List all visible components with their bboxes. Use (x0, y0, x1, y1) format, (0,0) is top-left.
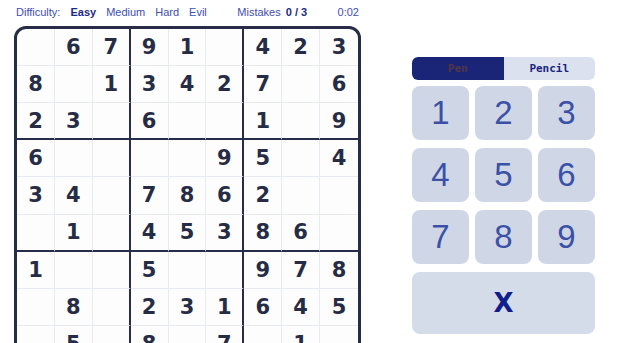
cell-r3c3[interactable] (93, 103, 131, 140)
pen-toggle-button[interactable]: Pen (412, 57, 504, 80)
tool-toggle: Pen Pencil (412, 57, 595, 80)
cell-r9c7[interactable] (244, 326, 282, 343)
cell-r5c9[interactable] (320, 177, 358, 214)
numpad-button-9[interactable]: 9 (538, 210, 595, 264)
cell-r2c8[interactable] (282, 66, 320, 103)
cell-r6c5[interactable]: 5 (169, 215, 207, 252)
numpad-button-5[interactable]: 5 (475, 148, 532, 202)
mistakes-counter: Mistakes 0 / 3 (237, 6, 307, 18)
cell-r4c3[interactable] (93, 140, 131, 177)
cell-r1c8[interactable]: 2 (282, 29, 320, 66)
cell-r1c6[interactable] (206, 29, 244, 66)
cell-r7c1[interactable]: 1 (17, 252, 55, 289)
cell-r5c2[interactable]: 4 (55, 177, 93, 214)
cell-r8c1[interactable] (17, 289, 55, 326)
cell-r5c8[interactable] (282, 177, 320, 214)
difficulty-hard[interactable]: Hard (155, 6, 179, 18)
cell-r6c3[interactable] (93, 215, 131, 252)
cell-r6c6[interactable]: 3 (206, 215, 244, 252)
cell-r7c4[interactable]: 5 (131, 252, 169, 289)
cell-r3c8[interactable] (282, 103, 320, 140)
cell-r7c8[interactable]: 7 (282, 252, 320, 289)
cell-r6c4[interactable]: 4 (131, 215, 169, 252)
cell-r9c4[interactable]: 8 (131, 326, 169, 343)
cell-r5c7[interactable]: 2 (244, 177, 282, 214)
cell-r1c1[interactable] (17, 29, 55, 66)
cell-r1c4[interactable]: 9 (131, 29, 169, 66)
cell-r2c1[interactable]: 8 (17, 66, 55, 103)
cell-r7c3[interactable] (93, 252, 131, 289)
cell-r8c7[interactable]: 6 (244, 289, 282, 326)
cell-r6c7[interactable]: 8 (244, 215, 282, 252)
sudoku-board: 6791423813427623619695434786214538615978… (14, 26, 361, 343)
cell-r8c3[interactable] (93, 289, 131, 326)
numpad-button-2[interactable]: 2 (475, 86, 532, 140)
difficulty-easy[interactable]: Easy (70, 6, 96, 18)
cell-r9c1[interactable] (17, 326, 55, 343)
timer: 0:02 (338, 6, 359, 18)
cell-r2c7[interactable]: 7 (244, 66, 282, 103)
difficulty-label: Difficulty: (16, 6, 60, 18)
cell-r8c2[interactable]: 8 (55, 289, 93, 326)
cell-r6c2[interactable]: 1 (55, 215, 93, 252)
cell-r7c9[interactable]: 8 (320, 252, 358, 289)
cell-r7c7[interactable]: 9 (244, 252, 282, 289)
cell-r3c6[interactable] (206, 103, 244, 140)
cell-r3c7[interactable]: 1 (244, 103, 282, 140)
cell-r3c5[interactable] (169, 103, 207, 140)
cell-r6c9[interactable] (320, 215, 358, 252)
numpad-button-4[interactable]: 4 (412, 148, 469, 202)
mistakes-value: 0 / 3 (286, 6, 307, 18)
cell-r4c9[interactable]: 4 (320, 140, 358, 177)
cell-r5c3[interactable] (93, 177, 131, 214)
cell-r2c4[interactable]: 3 (131, 66, 169, 103)
cell-r1c7[interactable]: 4 (244, 29, 282, 66)
numpad-button-7[interactable]: 7 (412, 210, 469, 264)
cell-r1c5[interactable]: 1 (169, 29, 207, 66)
cell-r4c2[interactable] (55, 140, 93, 177)
cell-r5c4[interactable]: 7 (131, 177, 169, 214)
cell-r3c2[interactable]: 3 (55, 103, 93, 140)
cell-r7c6[interactable] (206, 252, 244, 289)
topbar: Difficulty: Easy Medium Hard Evil Mistak… (14, 0, 361, 24)
pencil-toggle-button[interactable]: Pencil (504, 57, 596, 80)
difficulty-medium[interactable]: Medium (106, 6, 145, 18)
cell-r3c9[interactable]: 9 (320, 103, 358, 140)
cell-r9c2[interactable]: 5 (55, 326, 93, 343)
cell-r8c8[interactable]: 4 (282, 289, 320, 326)
cell-r4c4[interactable] (131, 140, 169, 177)
numpad-button-3[interactable]: 3 (538, 86, 595, 140)
cell-r4c1[interactable]: 6 (17, 140, 55, 177)
cell-r1c9[interactable]: 3 (320, 29, 358, 66)
cell-r8c4[interactable]: 2 (131, 289, 169, 326)
cell-r2c3[interactable]: 1 (93, 66, 131, 103)
erase-button[interactable]: X (412, 272, 595, 334)
cell-r4c5[interactable] (169, 140, 207, 177)
cell-r5c1[interactable]: 3 (17, 177, 55, 214)
cell-r1c3[interactable]: 7 (93, 29, 131, 66)
cell-r6c1[interactable] (17, 215, 55, 252)
cell-r2c2[interactable] (55, 66, 93, 103)
cell-r3c1[interactable]: 2 (17, 103, 55, 140)
numpad-button-6[interactable]: 6 (538, 148, 595, 202)
difficulty-evil[interactable]: Evil (189, 6, 207, 18)
cell-r4c8[interactable] (282, 140, 320, 177)
mistakes-label: Mistakes (237, 6, 280, 18)
cell-r5c5[interactable]: 8 (169, 177, 207, 214)
cell-r8c5[interactable]: 3 (169, 289, 207, 326)
numpad: 1 2 3 4 5 6 7 8 9 (412, 86, 595, 264)
cell-r8c6[interactable]: 1 (206, 289, 244, 326)
numpad-button-8[interactable]: 8 (475, 210, 532, 264)
cell-r4c6[interactable]: 9 (206, 140, 244, 177)
cell-r8c9[interactable]: 5 (320, 289, 358, 326)
cell-r9c8[interactable]: 1 (282, 326, 320, 343)
difficulty-selector: Difficulty: Easy Medium Hard Evil (16, 6, 207, 18)
cell-r9c5[interactable] (169, 326, 207, 343)
cell-r2c9[interactable]: 6 (320, 66, 358, 103)
numpad-button-1[interactable]: 1 (412, 86, 469, 140)
cell-r6c8[interactable]: 6 (282, 215, 320, 252)
cell-r9c3[interactable] (93, 326, 131, 343)
cell-r2c6[interactable]: 2 (206, 66, 244, 103)
cell-r4c7[interactable]: 5 (244, 140, 282, 177)
cell-r7c5[interactable] (169, 252, 207, 289)
cell-r2c5[interactable]: 4 (169, 66, 207, 103)
cell-r1c2[interactable]: 6 (55, 29, 93, 66)
cell-r9c9[interactable] (320, 326, 358, 343)
cell-r9c6[interactable]: 7 (206, 326, 244, 343)
cell-r3c4[interactable]: 6 (131, 103, 169, 140)
cell-r5c6[interactable]: 6 (206, 177, 244, 214)
control-panel: Pen Pencil 1 2 3 4 5 6 7 8 9 X (412, 57, 595, 334)
cell-r7c2[interactable] (55, 252, 93, 289)
